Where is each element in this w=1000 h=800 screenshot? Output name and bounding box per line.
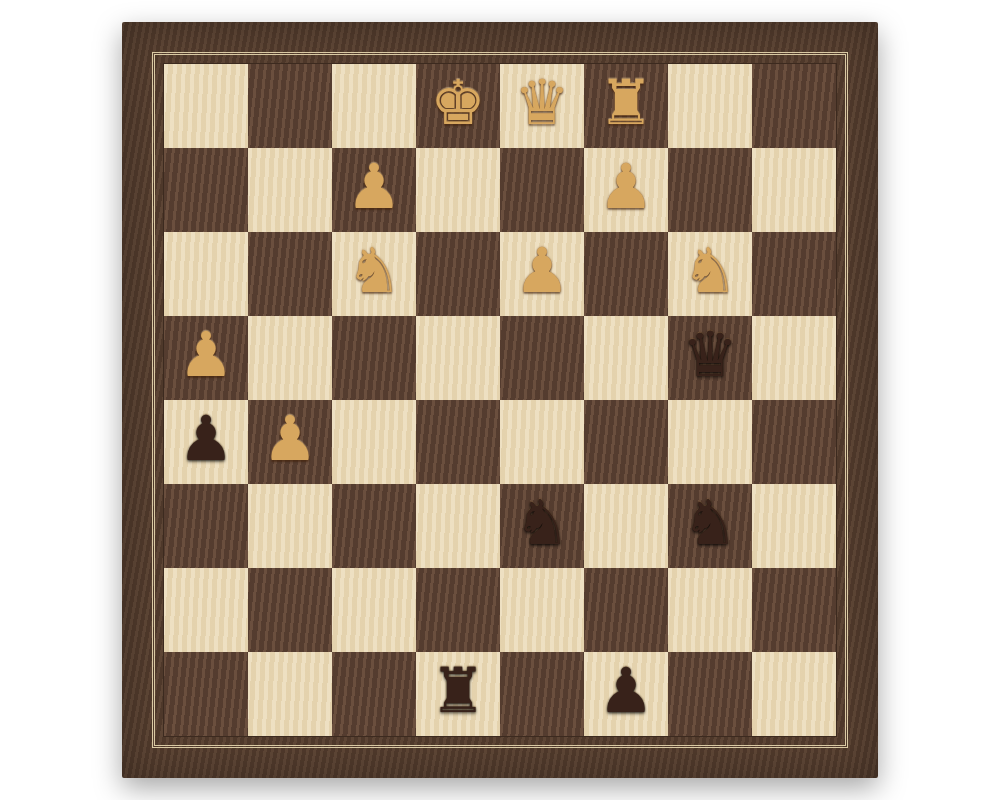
- square-g5[interactable]: ♛: [668, 316, 752, 400]
- square-a3[interactable]: [164, 484, 248, 568]
- white-queen[interactable]: ♛: [514, 72, 570, 134]
- black-knight[interactable]: ♞: [682, 492, 738, 554]
- black-pawn[interactable]: ♟: [178, 408, 234, 470]
- square-b2[interactable]: [248, 568, 332, 652]
- square-d8[interactable]: ♚: [416, 64, 500, 148]
- square-a1[interactable]: [164, 652, 248, 736]
- square-e8[interactable]: ♛: [500, 64, 584, 148]
- square-c4[interactable]: [332, 400, 416, 484]
- chess-board: ♚♛♜♟♟♞♟♞♟♛♟♟♞♞♜♟: [163, 63, 837, 737]
- square-a8[interactable]: [164, 64, 248, 148]
- square-g4[interactable]: [668, 400, 752, 484]
- square-f2[interactable]: [584, 568, 668, 652]
- square-c1[interactable]: [332, 652, 416, 736]
- square-f3[interactable]: [584, 484, 668, 568]
- square-b7[interactable]: [248, 148, 332, 232]
- square-a7[interactable]: [164, 148, 248, 232]
- black-queen[interactable]: ♛: [682, 324, 738, 386]
- square-b4[interactable]: ♟: [248, 400, 332, 484]
- square-g8[interactable]: [668, 64, 752, 148]
- square-a4[interactable]: ♟: [164, 400, 248, 484]
- white-rook[interactable]: ♜: [598, 72, 654, 134]
- black-pawn[interactable]: ♟: [598, 660, 654, 722]
- white-knight[interactable]: ♞: [346, 240, 402, 302]
- square-f6[interactable]: [584, 232, 668, 316]
- square-f1[interactable]: ♟: [584, 652, 668, 736]
- white-king[interactable]: ♚: [430, 72, 486, 134]
- square-h5[interactable]: [752, 316, 836, 400]
- square-f5[interactable]: [584, 316, 668, 400]
- square-d6[interactable]: [416, 232, 500, 316]
- square-g2[interactable]: [668, 568, 752, 652]
- white-pawn[interactable]: ♟: [514, 240, 570, 302]
- square-c8[interactable]: [332, 64, 416, 148]
- square-g1[interactable]: [668, 652, 752, 736]
- square-g7[interactable]: [668, 148, 752, 232]
- square-g6[interactable]: ♞: [668, 232, 752, 316]
- square-f7[interactable]: ♟: [584, 148, 668, 232]
- square-b3[interactable]: [248, 484, 332, 568]
- square-h4[interactable]: [752, 400, 836, 484]
- square-c6[interactable]: ♞: [332, 232, 416, 316]
- square-d5[interactable]: [416, 316, 500, 400]
- white-pawn[interactable]: ♟: [178, 324, 234, 386]
- square-c2[interactable]: [332, 568, 416, 652]
- square-h6[interactable]: [752, 232, 836, 316]
- white-pawn[interactable]: ♟: [598, 156, 654, 218]
- square-d7[interactable]: [416, 148, 500, 232]
- board-frame: ♚♛♜♟♟♞♟♞♟♛♟♟♞♞♜♟: [122, 22, 878, 778]
- square-h7[interactable]: [752, 148, 836, 232]
- square-a5[interactable]: ♟: [164, 316, 248, 400]
- square-c3[interactable]: [332, 484, 416, 568]
- square-e5[interactable]: [500, 316, 584, 400]
- white-pawn[interactable]: ♟: [346, 156, 402, 218]
- square-b6[interactable]: [248, 232, 332, 316]
- white-knight[interactable]: ♞: [682, 240, 738, 302]
- square-d3[interactable]: [416, 484, 500, 568]
- square-c5[interactable]: [332, 316, 416, 400]
- square-e3[interactable]: ♞: [500, 484, 584, 568]
- square-e4[interactable]: [500, 400, 584, 484]
- square-e1[interactable]: [500, 652, 584, 736]
- square-h2[interactable]: [752, 568, 836, 652]
- square-b5[interactable]: [248, 316, 332, 400]
- square-c7[interactable]: ♟: [332, 148, 416, 232]
- square-h3[interactable]: [752, 484, 836, 568]
- square-b8[interactable]: [248, 64, 332, 148]
- square-e2[interactable]: [500, 568, 584, 652]
- square-d1[interactable]: ♜: [416, 652, 500, 736]
- square-g3[interactable]: ♞: [668, 484, 752, 568]
- square-h8[interactable]: [752, 64, 836, 148]
- square-f8[interactable]: ♜: [584, 64, 668, 148]
- square-b1[interactable]: [248, 652, 332, 736]
- black-knight[interactable]: ♞: [514, 492, 570, 554]
- square-d4[interactable]: [416, 400, 500, 484]
- white-pawn[interactable]: ♟: [262, 408, 318, 470]
- square-a6[interactable]: [164, 232, 248, 316]
- square-f4[interactable]: [584, 400, 668, 484]
- square-a2[interactable]: [164, 568, 248, 652]
- board-inlay-line: ♚♛♜♟♟♞♟♞♟♛♟♟♞♞♜♟: [152, 52, 848, 748]
- photo-background: ♚♛♜♟♟♞♟♞♟♛♟♟♞♞♜♟: [0, 0, 1000, 800]
- square-e7[interactable]: [500, 148, 584, 232]
- square-d2[interactable]: [416, 568, 500, 652]
- square-e6[interactable]: ♟: [500, 232, 584, 316]
- black-rook[interactable]: ♜: [430, 660, 486, 722]
- square-h1[interactable]: [752, 652, 836, 736]
